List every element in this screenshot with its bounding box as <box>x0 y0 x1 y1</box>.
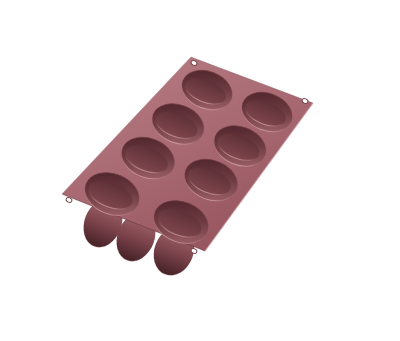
mold-photo-canvas <box>0 0 400 341</box>
photo-background <box>0 0 400 341</box>
silicone-muffin-mold <box>62 57 313 281</box>
